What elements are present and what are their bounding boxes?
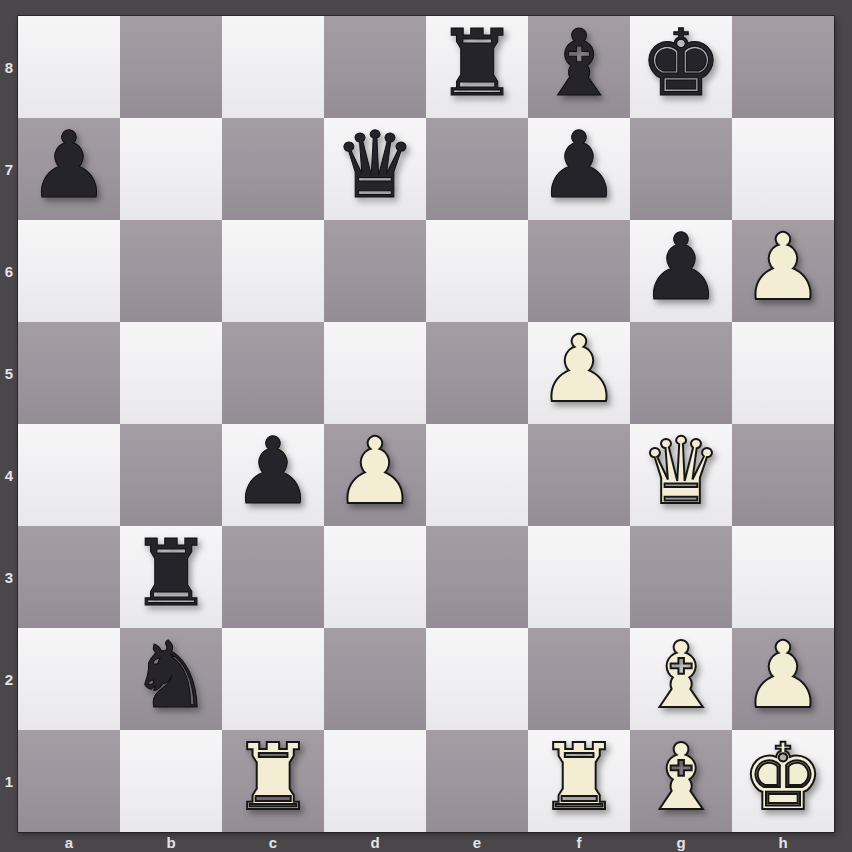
square-e2[interactable] — [426, 628, 528, 730]
square-a7[interactable]: ♟ — [18, 118, 120, 220]
file-label-e: e — [426, 832, 528, 852]
square-d6[interactable] — [324, 220, 426, 322]
square-d4[interactable]: ♟ — [324, 424, 426, 526]
square-f3[interactable] — [528, 526, 630, 628]
square-g8[interactable]: ♚ — [630, 16, 732, 118]
square-c4[interactable]: ♟ — [222, 424, 324, 526]
square-f2[interactable] — [528, 628, 630, 730]
square-e7[interactable] — [426, 118, 528, 220]
square-f4[interactable] — [528, 424, 630, 526]
rank-label-6: 6 — [0, 220, 18, 322]
rank-label-1: 1 — [0, 730, 18, 832]
square-d3[interactable] — [324, 526, 426, 628]
white-queen[interactable]: ♛ — [640, 421, 722, 523]
square-c3[interactable] — [222, 526, 324, 628]
square-c5[interactable] — [222, 322, 324, 424]
black-knight[interactable]: ♞ — [130, 625, 212, 727]
square-h5[interactable] — [732, 322, 834, 424]
square-b6[interactable] — [120, 220, 222, 322]
square-d1[interactable] — [324, 730, 426, 832]
square-f5[interactable]: ♟ — [528, 322, 630, 424]
square-b5[interactable] — [120, 322, 222, 424]
square-e6[interactable] — [426, 220, 528, 322]
black-queen[interactable]: ♛ — [334, 115, 416, 217]
square-a4[interactable] — [18, 424, 120, 526]
square-d8[interactable] — [324, 16, 426, 118]
rank-label-3: 3 — [0, 526, 18, 628]
black-rook[interactable]: ♜ — [130, 523, 212, 625]
file-label-c: c — [222, 832, 324, 852]
square-g3[interactable] — [630, 526, 732, 628]
square-h3[interactable] — [732, 526, 834, 628]
square-h4[interactable] — [732, 424, 834, 526]
square-d7[interactable]: ♛ — [324, 118, 426, 220]
square-g5[interactable] — [630, 322, 732, 424]
file-label-h: h — [732, 832, 834, 852]
square-g4[interactable]: ♛ — [630, 424, 732, 526]
white-rook[interactable]: ♜ — [232, 727, 314, 829]
square-a8[interactable] — [18, 16, 120, 118]
square-e8[interactable]: ♜ — [426, 16, 528, 118]
square-g6[interactable]: ♟ — [630, 220, 732, 322]
black-pawn[interactable]: ♟ — [538, 115, 620, 217]
file-label-b: b — [120, 832, 222, 852]
square-b3[interactable]: ♜ — [120, 526, 222, 628]
black-bishop[interactable]: ♝ — [538, 13, 620, 115]
white-bishop[interactable]: ♝ — [640, 727, 722, 829]
square-a6[interactable] — [18, 220, 120, 322]
file-label-a: a — [18, 832, 120, 852]
square-f8[interactable]: ♝ — [528, 16, 630, 118]
square-c1[interactable]: ♜ — [222, 730, 324, 832]
square-b7[interactable] — [120, 118, 222, 220]
rank-label-2: 2 — [0, 628, 18, 730]
black-king[interactable]: ♚ — [640, 13, 722, 115]
rank-label-7: 7 — [0, 118, 18, 220]
square-h6[interactable]: ♟ — [732, 220, 834, 322]
square-b2[interactable]: ♞ — [120, 628, 222, 730]
white-pawn[interactable]: ♟ — [742, 217, 824, 319]
square-g2[interactable]: ♝ — [630, 628, 732, 730]
square-h7[interactable] — [732, 118, 834, 220]
chess-board-frame: ♜♝♚♟♛♟♟♟♟♟♟♛♜♞♝♟♜♜♝♚ 87654321 abcdefgh — [0, 0, 852, 852]
rank-label-8: 8 — [0, 16, 18, 118]
square-f6[interactable] — [528, 220, 630, 322]
black-pawn[interactable]: ♟ — [640, 217, 722, 319]
square-c8[interactable] — [222, 16, 324, 118]
square-h2[interactable]: ♟ — [732, 628, 834, 730]
file-label-f: f — [528, 832, 630, 852]
square-a2[interactable] — [18, 628, 120, 730]
square-b4[interactable] — [120, 424, 222, 526]
square-h1[interactable]: ♚ — [732, 730, 834, 832]
white-rook[interactable]: ♜ — [538, 727, 620, 829]
square-e1[interactable] — [426, 730, 528, 832]
white-pawn[interactable]: ♟ — [334, 421, 416, 523]
black-pawn[interactable]: ♟ — [28, 115, 110, 217]
square-d2[interactable] — [324, 628, 426, 730]
square-d5[interactable] — [324, 322, 426, 424]
square-f1[interactable]: ♜ — [528, 730, 630, 832]
chess-board: ♜♝♚♟♛♟♟♟♟♟♟♛♜♞♝♟♜♜♝♚ — [18, 16, 834, 832]
square-e3[interactable] — [426, 526, 528, 628]
white-pawn[interactable]: ♟ — [742, 625, 824, 727]
white-pawn[interactable]: ♟ — [538, 319, 620, 421]
square-e4[interactable] — [426, 424, 528, 526]
white-king[interactable]: ♚ — [742, 727, 824, 829]
square-h8[interactable] — [732, 16, 834, 118]
rank-label-5: 5 — [0, 322, 18, 424]
square-a1[interactable] — [18, 730, 120, 832]
square-a5[interactable] — [18, 322, 120, 424]
black-rook[interactable]: ♜ — [436, 13, 518, 115]
square-g1[interactable]: ♝ — [630, 730, 732, 832]
square-b1[interactable] — [120, 730, 222, 832]
white-bishop[interactable]: ♝ — [640, 625, 722, 727]
square-b8[interactable] — [120, 16, 222, 118]
square-f7[interactable]: ♟ — [528, 118, 630, 220]
square-e5[interactable] — [426, 322, 528, 424]
file-label-d: d — [324, 832, 426, 852]
rank-label-4: 4 — [0, 424, 18, 526]
black-pawn[interactable]: ♟ — [232, 421, 314, 523]
square-g7[interactable] — [630, 118, 732, 220]
square-c6[interactable] — [222, 220, 324, 322]
file-label-g: g — [630, 832, 732, 852]
square-a3[interactable] — [18, 526, 120, 628]
square-c7[interactable] — [222, 118, 324, 220]
square-c2[interactable] — [222, 628, 324, 730]
